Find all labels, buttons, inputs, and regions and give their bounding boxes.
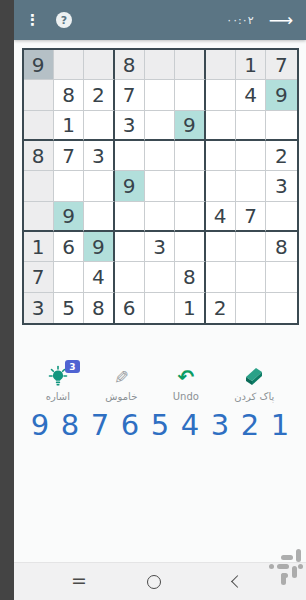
numpad-2[interactable]: 2 — [236, 408, 264, 443]
cell-r6c7[interactable]: 4 — [206, 202, 236, 232]
home-icon[interactable] — [147, 575, 161, 589]
cell-r6c6[interactable] — [175, 202, 205, 232]
eraser-icon — [241, 365, 267, 387]
cell-r4c2[interactable]: 7 — [54, 141, 84, 171]
cell-r5c9[interactable]: 3 — [266, 171, 296, 201]
cell-r9c2[interactable]: 5 — [54, 293, 84, 323]
cell-r3c4[interactable]: 3 — [115, 111, 145, 141]
cell-r3c8[interactable] — [236, 111, 266, 141]
cell-r8c7[interactable] — [206, 262, 236, 292]
cell-r3c3[interactable] — [84, 111, 114, 141]
number-pad: 987654321 — [14, 408, 306, 443]
cell-r1c9[interactable]: 7 — [266, 50, 296, 80]
numpad-3[interactable]: 3 — [206, 408, 234, 443]
cell-r3c6[interactable]: 9 — [175, 111, 205, 141]
cell-r8c6[interactable]: 8 — [175, 262, 205, 292]
cell-r6c3[interactable] — [84, 202, 114, 232]
undo-label: Undo — [173, 391, 199, 402]
hint-label: اشاره — [46, 391, 70, 402]
game-timer: ۰۰:۰۲ — [226, 14, 253, 27]
cell-r6c8[interactable]: 7 — [236, 202, 266, 232]
watermark-logo — [267, 547, 303, 597]
cell-r2c3[interactable]: 2 — [84, 80, 114, 110]
app-bar: ⋮ ? ۰۰:۰۲ ⟶ — [14, 0, 306, 40]
cell-r8c8[interactable] — [236, 262, 266, 292]
cell-r1c2[interactable] — [54, 50, 84, 80]
arrow-right-icon[interactable]: ⟶ — [269, 12, 293, 29]
phone-screen: ⋮ ? ۰۰:۰۲ ⟶ 9817827491398732939471693874… — [14, 0, 306, 600]
cell-r5c1[interactable] — [24, 171, 54, 201]
cell-r6c1[interactable] — [24, 202, 54, 232]
cell-r4c3[interactable]: 3 — [84, 141, 114, 171]
cell-r3c5[interactable] — [145, 111, 175, 141]
cell-r2c1[interactable] — [24, 80, 54, 110]
cell-r4c4[interactable] — [115, 141, 145, 171]
cell-r9c3[interactable]: 8 — [84, 293, 114, 323]
cell-r9c7[interactable]: 2 — [206, 293, 236, 323]
sudoku-grid: 98178274913987329394716938748358612 — [22, 48, 299, 325]
numpad-6[interactable]: 6 — [116, 408, 144, 443]
lightbulb-icon: 3 — [47, 365, 69, 387]
cell-r4c1[interactable]: 8 — [24, 141, 54, 171]
cell-r2c9[interactable]: 9 — [266, 80, 296, 110]
cell-r9c1[interactable]: 3 — [24, 293, 54, 323]
cell-r1c8[interactable]: 1 — [236, 50, 266, 80]
cell-r7c1[interactable]: 1 — [24, 232, 54, 262]
pencil-mode-label: خاموش — [105, 391, 137, 402]
cell-r5c8[interactable] — [236, 171, 266, 201]
numpad-9[interactable]: 9 — [26, 408, 54, 443]
cell-r7c5[interactable]: 3 — [145, 232, 175, 262]
overflow-menu-icon[interactable]: ⋮ — [25, 13, 40, 28]
cell-r7c8[interactable] — [236, 232, 266, 262]
cell-r8c4[interactable] — [115, 262, 145, 292]
cell-r1c1[interactable]: 9 — [24, 50, 54, 80]
cell-r3c9[interactable] — [266, 111, 296, 141]
undo-button[interactable]: ↶ Undo — [173, 365, 199, 402]
cell-r9c8[interactable] — [236, 293, 266, 323]
cell-r2c5[interactable] — [145, 80, 175, 110]
cell-r5c4[interactable]: 9 — [115, 171, 145, 201]
cell-r8c3[interactable]: 4 — [84, 262, 114, 292]
cell-r1c6[interactable] — [175, 50, 205, 80]
cell-r2c8[interactable]: 4 — [236, 80, 266, 110]
cell-r4c7[interactable] — [206, 141, 236, 171]
undo-icon: ↶ — [177, 365, 194, 387]
cell-r2c2[interactable]: 8 — [54, 80, 84, 110]
cell-r3c1[interactable] — [24, 111, 54, 141]
cell-r9c6[interactable]: 1 — [175, 293, 205, 323]
cell-r9c9[interactable] — [266, 293, 296, 323]
cell-r8c2[interactable] — [54, 262, 84, 292]
cell-r7c2[interactable]: 6 — [54, 232, 84, 262]
cell-r4c6[interactable] — [175, 141, 205, 171]
cell-r5c7[interactable] — [206, 171, 236, 201]
cell-r4c9[interactable]: 2 — [266, 141, 296, 171]
cell-r2c6[interactable] — [175, 80, 205, 110]
cell-r9c5[interactable] — [145, 293, 175, 323]
numpad-5[interactable]: 5 — [146, 408, 174, 443]
cell-r5c5[interactable] — [145, 171, 175, 201]
cell-r6c5[interactable] — [145, 202, 175, 232]
toolbar: 3 اشاره ✎ خاموش ↶ Undo پاک کردن — [14, 365, 306, 402]
cell-r1c7[interactable] — [206, 50, 236, 80]
cell-r8c5[interactable] — [145, 262, 175, 292]
erase-button[interactable]: پاک کردن — [234, 365, 274, 402]
cell-r6c4[interactable] — [115, 202, 145, 232]
numpad-4[interactable]: 4 — [176, 408, 204, 443]
cell-r8c1[interactable]: 7 — [24, 262, 54, 292]
cell-r5c6[interactable] — [175, 171, 205, 201]
pencil-icon: ✎ — [114, 365, 129, 387]
cell-r7c9[interactable]: 8 — [266, 232, 296, 262]
recents-icon[interactable]: = — [71, 571, 87, 590]
cell-r2c4[interactable]: 7 — [115, 80, 145, 110]
numpad-8[interactable]: 8 — [56, 408, 84, 443]
android-nav-bar: = — [14, 562, 306, 600]
cell-r3c7[interactable] — [206, 111, 236, 141]
help-icon[interactable]: ? — [56, 12, 72, 28]
cell-r7c3[interactable]: 9 — [84, 232, 114, 262]
cell-r5c3[interactable] — [84, 171, 114, 201]
cell-r1c3[interactable] — [84, 50, 114, 80]
cell-r2c7[interactable] — [206, 80, 236, 110]
cell-r6c2[interactable]: 9 — [54, 202, 84, 232]
cell-r4c5[interactable] — [145, 141, 175, 171]
hint-button[interactable]: 3 اشاره — [46, 365, 70, 402]
cell-r9c4[interactable]: 6 — [115, 293, 145, 323]
cell-r1c5[interactable] — [145, 50, 175, 80]
cell-r7c7[interactable] — [206, 232, 236, 262]
erase-label: پاک کردن — [234, 391, 274, 402]
cell-r5c2[interactable] — [54, 171, 84, 201]
numpad-7[interactable]: 7 — [86, 408, 114, 443]
cell-r7c4[interactable] — [115, 232, 145, 262]
cell-r1c4[interactable]: 8 — [115, 50, 145, 80]
cell-r7c6[interactable] — [175, 232, 205, 262]
cell-r3c2[interactable]: 1 — [54, 111, 84, 141]
back-icon[interactable] — [231, 575, 244, 588]
board-area: 98178274913987329394716938748358612 — [14, 40, 306, 325]
pencil-mode-button[interactable]: ✎ خاموش — [105, 365, 137, 402]
numpad-1[interactable]: 1 — [266, 408, 294, 443]
hint-count-badge: 3 — [65, 360, 80, 373]
cell-r6c9[interactable] — [266, 202, 296, 232]
cell-r4c8[interactable] — [236, 141, 266, 171]
cell-r8c9[interactable] — [266, 262, 296, 292]
